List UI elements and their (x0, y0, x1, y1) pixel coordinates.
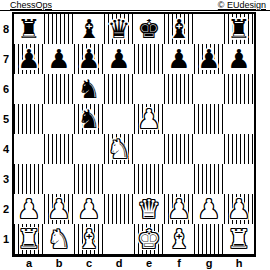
square-b7[interactable]: ♟ (44, 44, 74, 74)
black-rook-a8: ♜ (17, 14, 40, 44)
square-h5[interactable] (224, 104, 254, 134)
square-f3[interactable] (164, 164, 194, 194)
credit-link[interactable]: © EUdesign (218, 0, 270, 10)
black-queen-d8: ♛ (107, 14, 130, 44)
file-label-c: c (74, 257, 104, 269)
white-pawn-f2: ♟ (167, 194, 190, 224)
square-e3[interactable] (134, 164, 164, 194)
rank-label-6: 6 (0, 74, 12, 104)
square-f7[interactable]: ♟ (164, 44, 194, 74)
square-d1[interactable] (104, 224, 134, 254)
white-pawn-g2: ♟ (197, 194, 220, 224)
square-h7[interactable]: ♟ (224, 44, 254, 74)
white-pawn-a2: ♟ (17, 194, 40, 224)
square-e4[interactable] (134, 134, 164, 164)
square-e7[interactable] (134, 44, 164, 74)
square-d5[interactable] (104, 104, 134, 134)
rank-label-3: 3 (0, 164, 12, 194)
square-d6[interactable] (104, 74, 134, 104)
chess-board: ♜♝♛♚♝♜♟♟♟♟♟♟♟♞♞♟♞♟♟♟♛♟♟♟♜♞♝♚♝♜ (12, 12, 256, 257)
square-c2[interactable]: ♟ (74, 194, 104, 224)
black-pawn-b7: ♟ (47, 44, 70, 74)
square-c6[interactable]: ♞ (74, 74, 104, 104)
square-f4[interactable] (164, 134, 194, 164)
black-bishop-c8: ♝ (77, 14, 100, 44)
square-a7[interactable]: ♟ (14, 44, 44, 74)
white-bishop-f1: ♝ (167, 224, 190, 254)
square-h1[interactable]: ♜ (224, 224, 254, 254)
square-f2[interactable]: ♟ (164, 194, 194, 224)
square-c3[interactable] (74, 164, 104, 194)
rank-label-1: 1 (0, 224, 12, 254)
square-a2[interactable]: ♟ (14, 194, 44, 224)
square-b8[interactable] (44, 14, 74, 44)
file-label-d: d (104, 257, 134, 269)
square-g7[interactable]: ♟ (194, 44, 224, 74)
file-label-e: e (134, 257, 164, 269)
black-knight-c5: ♞ (77, 104, 100, 134)
square-a6[interactable] (14, 74, 44, 104)
black-knight-c6: ♞ (77, 74, 100, 104)
square-c8[interactable]: ♝ (74, 14, 104, 44)
square-f8[interactable]: ♝ (164, 14, 194, 44)
square-e2[interactable]: ♛ (134, 194, 164, 224)
square-g5[interactable] (194, 104, 224, 134)
square-b1[interactable]: ♞ (44, 224, 74, 254)
square-d2[interactable] (104, 194, 134, 224)
square-d8[interactable]: ♛ (104, 14, 134, 44)
square-e8[interactable]: ♚ (134, 14, 164, 44)
black-pawn-a7: ♟ (17, 44, 40, 74)
white-pawn-c2: ♟ (77, 194, 100, 224)
square-f1[interactable]: ♝ (164, 224, 194, 254)
black-pawn-h7: ♟ (227, 44, 250, 74)
square-b2[interactable]: ♟ (44, 194, 74, 224)
square-b3[interactable] (44, 164, 74, 194)
square-a8[interactable]: ♜ (14, 14, 44, 44)
square-d7[interactable]: ♟ (104, 44, 134, 74)
white-rook-a1: ♜ (17, 224, 40, 254)
rank-label-2: 2 (0, 194, 12, 224)
square-h8[interactable]: ♜ (224, 14, 254, 44)
square-e6[interactable] (134, 74, 164, 104)
square-h6[interactable] (224, 74, 254, 104)
file-label-a: a (14, 257, 44, 269)
square-c5[interactable]: ♞ (74, 104, 104, 134)
white-pawn-b2: ♟ (47, 194, 70, 224)
square-c1[interactable]: ♝ (74, 224, 104, 254)
rank-label-4: 4 (0, 134, 12, 164)
square-f6[interactable] (164, 74, 194, 104)
square-c7[interactable]: ♟ (74, 44, 104, 74)
black-bishop-f8: ♝ (167, 14, 190, 44)
app-title-link[interactable]: ChessOps (0, 0, 52, 10)
file-label-g: g (194, 257, 224, 269)
square-g8[interactable] (194, 14, 224, 44)
square-a1[interactable]: ♜ (14, 224, 44, 254)
black-rook-h8: ♜ (227, 14, 250, 44)
white-pawn-e5: ♟ (137, 104, 160, 134)
rank-label-5: 5 (0, 104, 12, 134)
square-g1[interactable] (194, 224, 224, 254)
square-b6[interactable] (44, 74, 74, 104)
rank-labels: 87654321 (0, 14, 12, 254)
file-label-b: b (44, 257, 74, 269)
square-d3[interactable] (104, 164, 134, 194)
square-a3[interactable] (14, 164, 44, 194)
square-e5[interactable]: ♟ (134, 104, 164, 134)
black-pawn-f7: ♟ (167, 44, 190, 74)
square-g2[interactable]: ♟ (194, 194, 224, 224)
black-pawn-g7: ♟ (197, 44, 220, 74)
black-king-e8: ♚ (137, 14, 160, 44)
square-g6[interactable] (194, 74, 224, 104)
square-b4[interactable] (44, 134, 74, 164)
rank-label-8: 8 (0, 14, 12, 44)
square-a5[interactable] (14, 104, 44, 134)
file-label-h: h (224, 257, 254, 269)
square-c4[interactable] (74, 134, 104, 164)
white-rook-h1: ♜ (227, 224, 250, 254)
square-a4[interactable] (14, 134, 44, 164)
square-b5[interactable] (44, 104, 74, 134)
white-knight-d4: ♞ (107, 134, 130, 164)
white-knight-b1: ♞ (47, 224, 70, 254)
square-h2[interactable]: ♟ (224, 194, 254, 224)
square-f5[interactable] (164, 104, 194, 134)
black-pawn-d7: ♟ (107, 44, 130, 74)
square-e1[interactable]: ♚ (134, 224, 164, 254)
square-h3[interactable] (224, 164, 254, 194)
file-labels: abcdefgh (14, 257, 254, 269)
square-g4[interactable] (194, 134, 224, 164)
white-bishop-c1: ♝ (77, 224, 100, 254)
white-queen-e2: ♛ (137, 194, 160, 224)
rank-label-7: 7 (0, 44, 12, 74)
square-g3[interactable] (194, 164, 224, 194)
square-h4[interactable] (224, 134, 254, 164)
square-d4[interactable]: ♞ (104, 134, 134, 164)
header: ChessOps © EUdesign (0, 0, 270, 11)
file-label-f: f (164, 257, 194, 269)
black-pawn-c7: ♟ (77, 44, 100, 74)
white-king-e1: ♚ (137, 224, 160, 254)
white-pawn-h2: ♟ (227, 194, 250, 224)
